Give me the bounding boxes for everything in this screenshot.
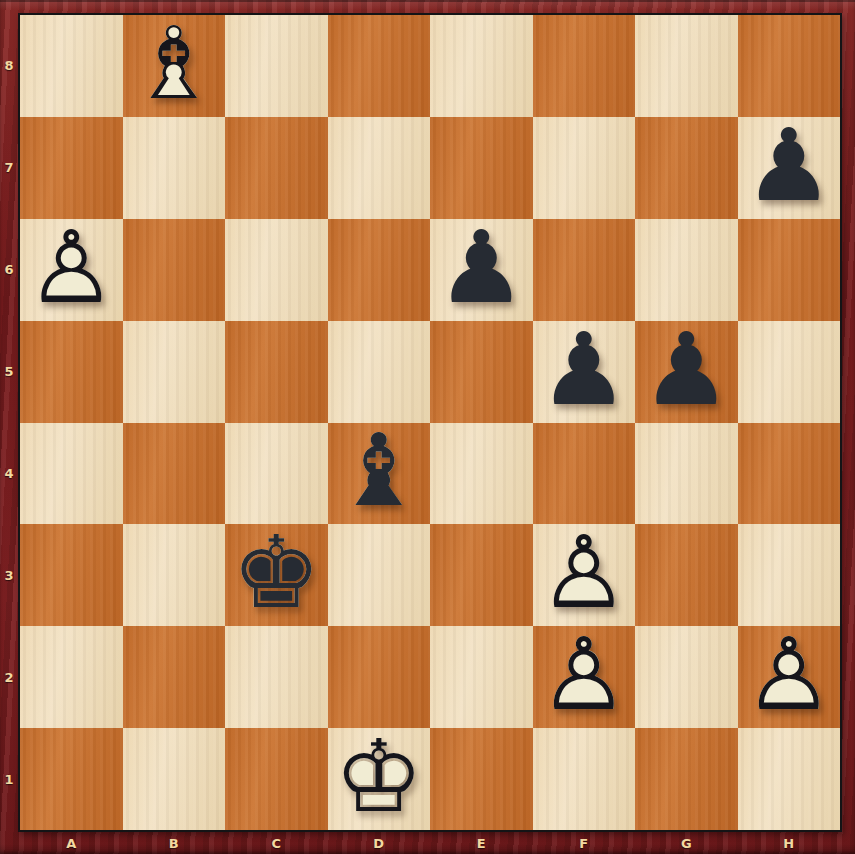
square-a8[interactable] [20, 15, 123, 117]
square-c3[interactable]: ♔♚ [225, 524, 328, 626]
white-bishop-piece[interactable]: ♝♗ [123, 15, 226, 117]
square-d1[interactable]: ♚♔ [328, 728, 431, 830]
file-label-b: B [123, 832, 226, 854]
square-c1[interactable] [225, 728, 328, 830]
square-g3[interactable] [635, 524, 738, 626]
black-pawn-piece[interactable]: ♟ [430, 219, 533, 321]
square-a3[interactable] [20, 524, 123, 626]
square-f2[interactable]: ♟♙ [533, 626, 636, 728]
black-pawn-piece[interactable]: ♟ [533, 321, 636, 423]
square-a1[interactable] [20, 728, 123, 830]
square-b2[interactable] [123, 626, 226, 728]
black-king-piece[interactable]: ♔♚ [225, 524, 328, 626]
square-c4[interactable] [225, 423, 328, 525]
square-e6[interactable]: ♟ [430, 219, 533, 321]
square-b5[interactable] [123, 321, 226, 423]
white-pawn-piece[interactable]: ♟♙ [20, 219, 123, 321]
square-d4[interactable]: ♗♝ [328, 423, 431, 525]
square-f5[interactable]: ♟ [533, 321, 636, 423]
rank-label-6: 6 [0, 219, 18, 321]
square-g2[interactable] [635, 626, 738, 728]
square-f4[interactable] [533, 423, 636, 525]
square-g4[interactable] [635, 423, 738, 525]
square-e3[interactable] [430, 524, 533, 626]
black-bishop-piece[interactable]: ♗♝ [328, 423, 431, 525]
black-pawn-piece[interactable]: ♟ [738, 117, 841, 219]
square-d5[interactable] [328, 321, 431, 423]
square-f7[interactable] [533, 117, 636, 219]
square-d8[interactable] [328, 15, 431, 117]
white-pawn-piece[interactable]: ♟♙ [533, 626, 636, 728]
square-b8[interactable]: ♝♗ [123, 15, 226, 117]
square-h4[interactable] [738, 423, 841, 525]
square-g8[interactable] [635, 15, 738, 117]
square-h5[interactable] [738, 321, 841, 423]
rank-label-4: 4 [0, 423, 18, 525]
file-label-h: H [738, 832, 841, 854]
square-h2[interactable]: ♟♙ [738, 626, 841, 728]
rank-label-8: 8 [0, 15, 18, 117]
square-d7[interactable] [328, 117, 431, 219]
square-e4[interactable] [430, 423, 533, 525]
square-d3[interactable] [328, 524, 431, 626]
file-label-f: F [533, 832, 636, 854]
file-label-e: E [430, 832, 533, 854]
rank-label-2: 2 [0, 626, 18, 728]
square-h3[interactable] [738, 524, 841, 626]
chess-board: ♝♗♟♟♙♟♟♟♗♝♔♚♟♙♟♙♟♙♚♔ [18, 13, 842, 832]
square-e1[interactable] [430, 728, 533, 830]
square-c2[interactable] [225, 626, 328, 728]
square-h1[interactable] [738, 728, 841, 830]
square-c8[interactable] [225, 15, 328, 117]
square-e5[interactable] [430, 321, 533, 423]
square-h7[interactable]: ♟ [738, 117, 841, 219]
rank-labels: 8 7 6 5 4 3 2 1 [0, 15, 18, 830]
square-g7[interactable] [635, 117, 738, 219]
file-label-g: G [635, 832, 738, 854]
square-f1[interactable] [533, 728, 636, 830]
file-label-a: A [20, 832, 123, 854]
square-b3[interactable] [123, 524, 226, 626]
white-king-piece[interactable]: ♚♔ [328, 728, 431, 830]
square-c6[interactable] [225, 219, 328, 321]
square-a2[interactable] [20, 626, 123, 728]
square-f3[interactable]: ♟♙ [533, 524, 636, 626]
square-d2[interactable] [328, 626, 431, 728]
square-a4[interactable] [20, 423, 123, 525]
square-e8[interactable] [430, 15, 533, 117]
rank-label-5: 5 [0, 321, 18, 423]
square-h6[interactable] [738, 219, 841, 321]
rank-label-1: 1 [0, 728, 18, 830]
square-b1[interactable] [123, 728, 226, 830]
board-frame: 8 7 6 5 4 3 2 1 ♝♗♟♟♙♟♟♟♗♝♔♚♟♙♟♙♟♙♚♔ A B… [0, 0, 855, 854]
rank-label-7: 7 [0, 117, 18, 219]
square-e2[interactable] [430, 626, 533, 728]
square-e7[interactable] [430, 117, 533, 219]
black-pawn-piece[interactable]: ♟ [635, 321, 738, 423]
square-b6[interactable] [123, 219, 226, 321]
white-pawn-piece[interactable]: ♟♙ [738, 626, 841, 728]
white-pawn-piece[interactable]: ♟♙ [533, 524, 636, 626]
square-a5[interactable] [20, 321, 123, 423]
square-f8[interactable] [533, 15, 636, 117]
rank-label-3: 3 [0, 524, 18, 626]
square-g6[interactable] [635, 219, 738, 321]
square-h8[interactable] [738, 15, 841, 117]
file-label-d: D [328, 832, 431, 854]
file-label-c: C [225, 832, 328, 854]
square-g1[interactable] [635, 728, 738, 830]
square-c5[interactable] [225, 321, 328, 423]
square-f6[interactable] [533, 219, 636, 321]
square-b7[interactable] [123, 117, 226, 219]
square-a6[interactable]: ♟♙ [20, 219, 123, 321]
square-c7[interactable] [225, 117, 328, 219]
square-b4[interactable] [123, 423, 226, 525]
square-g5[interactable]: ♟ [635, 321, 738, 423]
square-a7[interactable] [20, 117, 123, 219]
square-d6[interactable] [328, 219, 431, 321]
file-labels: A B C D E F G H [20, 832, 840, 854]
